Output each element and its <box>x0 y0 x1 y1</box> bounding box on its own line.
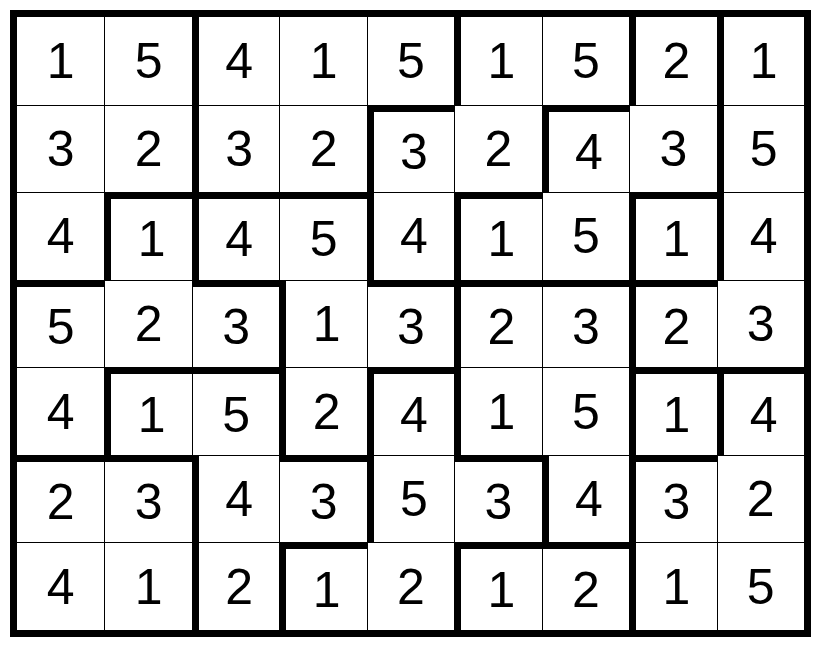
cell-r2c5[interactable]: 3 <box>367 105 454 193</box>
cell-r3c1[interactable]: 4 <box>17 192 104 280</box>
cell-r6c9[interactable]: 2 <box>717 455 804 543</box>
cell-r4c7[interactable]: 3 <box>542 280 629 368</box>
cell-r5c6[interactable]: 1 <box>454 367 541 455</box>
cell-r7c9[interactable]: 5 <box>717 542 804 630</box>
cell-r1c5[interactable]: 5 <box>367 17 454 105</box>
cell-r2c8[interactable]: 3 <box>629 105 716 193</box>
cell-r1c2[interactable]: 5 <box>104 17 191 105</box>
cell-r2c2[interactable]: 2 <box>104 105 191 193</box>
cell-r1c3[interactable]: 4 <box>192 17 279 105</box>
cell-r7c6[interactable]: 1 <box>454 542 541 630</box>
cell-r5c8[interactable]: 1 <box>629 367 716 455</box>
cell-r6c7[interactable]: 4 <box>542 455 629 543</box>
cell-r3c4[interactable]: 5 <box>279 192 366 280</box>
cell-r3c8[interactable]: 1 <box>629 192 716 280</box>
cell-r5c3[interactable]: 5 <box>192 367 279 455</box>
cell-r4c1[interactable]: 5 <box>17 280 104 368</box>
cell-r3c2[interactable]: 1 <box>104 192 191 280</box>
cell-r1c1[interactable]: 1 <box>17 17 104 105</box>
cell-r3c9[interactable]: 4 <box>717 192 804 280</box>
cell-r3c7[interactable]: 5 <box>542 192 629 280</box>
cell-r2c9[interactable]: 5 <box>717 105 804 193</box>
cell-r4c9[interactable]: 3 <box>717 280 804 368</box>
cell-r5c1[interactable]: 4 <box>17 367 104 455</box>
cell-r2c1[interactable]: 3 <box>17 105 104 193</box>
cell-r1c7[interactable]: 5 <box>542 17 629 105</box>
cell-r4c6[interactable]: 2 <box>454 280 541 368</box>
cell-r5c5[interactable]: 4 <box>367 367 454 455</box>
cell-r6c8[interactable]: 3 <box>629 455 716 543</box>
cell-r7c7[interactable]: 2 <box>542 542 629 630</box>
cell-r1c4[interactable]: 1 <box>279 17 366 105</box>
cell-r4c8[interactable]: 2 <box>629 280 716 368</box>
cell-r6c6[interactable]: 3 <box>454 455 541 543</box>
cell-r1c9[interactable]: 1 <box>717 17 804 105</box>
cell-r4c5[interactable]: 3 <box>367 280 454 368</box>
cell-r7c3[interactable]: 2 <box>192 542 279 630</box>
cell-r2c3[interactable]: 3 <box>192 105 279 193</box>
cell-r3c6[interactable]: 1 <box>454 192 541 280</box>
cell-r2c4[interactable]: 2 <box>279 105 366 193</box>
cell-r6c2[interactable]: 3 <box>104 455 191 543</box>
cell-r5c7[interactable]: 5 <box>542 367 629 455</box>
cell-r7c8[interactable]: 1 <box>629 542 716 630</box>
cell-r5c4[interactable]: 2 <box>279 367 366 455</box>
cell-r1c8[interactable]: 2 <box>629 17 716 105</box>
cell-r6c4[interactable]: 3 <box>279 455 366 543</box>
cell-r6c1[interactable]: 2 <box>17 455 104 543</box>
cell-r3c5[interactable]: 4 <box>367 192 454 280</box>
cell-r2c7[interactable]: 4 <box>542 105 629 193</box>
cell-r4c3[interactable]: 3 <box>192 280 279 368</box>
cell-r2c6[interactable]: 2 <box>454 105 541 193</box>
cell-r5c9[interactable]: 4 <box>717 367 804 455</box>
cell-r4c2[interactable]: 2 <box>104 280 191 368</box>
suguru-board: 1541515213232324354145415145231323234152… <box>10 10 811 637</box>
cell-r7c4[interactable]: 1 <box>279 542 366 630</box>
cell-r3c3[interactable]: 4 <box>192 192 279 280</box>
cell-r6c5[interactable]: 5 <box>367 455 454 543</box>
cell-r4c4[interactable]: 1 <box>279 280 366 368</box>
cell-r6c3[interactable]: 4 <box>192 455 279 543</box>
cell-r7c5[interactable]: 2 <box>367 542 454 630</box>
cell-r1c6[interactable]: 1 <box>454 17 541 105</box>
cell-r7c2[interactable]: 1 <box>104 542 191 630</box>
cell-r5c2[interactable]: 1 <box>104 367 191 455</box>
cell-r7c1[interactable]: 4 <box>17 542 104 630</box>
